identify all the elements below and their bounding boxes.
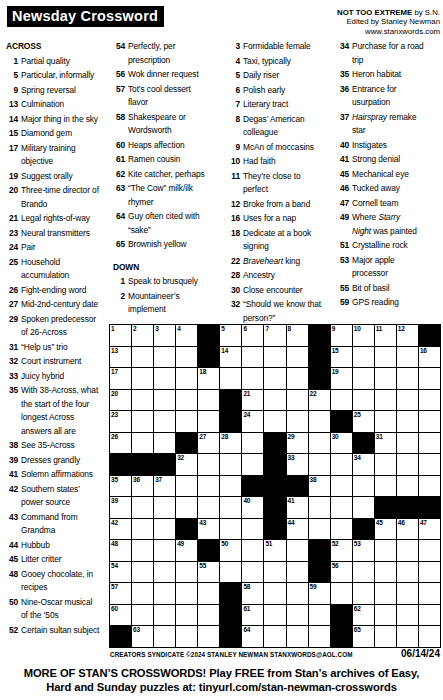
clue-across-9: 9Spring reversal bbox=[6, 84, 110, 98]
grid-cell-r6c7[interactable] bbox=[242, 433, 263, 454]
clue-number: 37 bbox=[337, 111, 352, 138]
grid-cell-r2c1[interactable]: 13 bbox=[110, 347, 131, 368]
grid-cell-r4c8[interactable] bbox=[264, 390, 285, 411]
clue-across-41: 41Solemn affirmations bbox=[6, 468, 110, 482]
grid-cell-r6c3[interactable] bbox=[154, 433, 175, 454]
grid-cell-r2c12[interactable] bbox=[353, 347, 374, 368]
grid-cell-r5c9[interactable] bbox=[287, 411, 308, 432]
grid-cell-r11c4[interactable]: 49 bbox=[176, 540, 197, 561]
grid-cell-r14c15[interactable] bbox=[419, 605, 440, 626]
grid-cell-r12c5[interactable]: 55 bbox=[198, 562, 219, 583]
grid-cell-r6c6[interactable]: 28 bbox=[220, 433, 241, 454]
grid-cell-r1c11[interactable]: 9 bbox=[331, 325, 352, 346]
cell-number: 12 bbox=[398, 325, 405, 333]
clue-across-52: 52Certain sultan subject bbox=[6, 624, 110, 638]
cell-number: 10 bbox=[354, 325, 361, 333]
grid-cell-r3c1[interactable]: 17 bbox=[110, 368, 131, 389]
grid-cell-r15c4[interactable] bbox=[176, 626, 197, 647]
clue-number: 49 bbox=[337, 211, 352, 238]
grid-cell-r7c14[interactable] bbox=[397, 454, 418, 475]
grid-cell-r8c3[interactable]: 37 bbox=[154, 476, 175, 497]
grid-cell-r12c11[interactable]: 56 bbox=[331, 562, 352, 583]
clues-heading-across: ACROSS bbox=[6, 40, 110, 54]
page-title: Newsday Crossword bbox=[7, 6, 164, 27]
grid-cell-r5c1[interactable]: 23 bbox=[110, 411, 131, 432]
clue-number: 9 bbox=[6, 84, 21, 98]
grid-cell-r2c9[interactable] bbox=[287, 347, 308, 368]
black-cell-r1c10 bbox=[309, 325, 330, 346]
clue-text: Culmination bbox=[21, 98, 110, 112]
clue-number: 11 bbox=[228, 170, 243, 197]
grid-cell-r4c9[interactable] bbox=[287, 390, 308, 411]
cell-number: 56 bbox=[332, 562, 339, 570]
grid-cell-r2c3[interactable] bbox=[154, 347, 175, 368]
grid-cell-r7c9[interactable]: 33 bbox=[287, 454, 308, 475]
clue-number: 63 bbox=[113, 182, 128, 209]
clue-number: 29 bbox=[6, 313, 21, 340]
grid-cell-r3c14[interactable] bbox=[397, 368, 418, 389]
grid-cell-r10c1[interactable]: 42 bbox=[110, 519, 131, 540]
clue-down-47: 47Cornell team bbox=[337, 197, 441, 211]
grid-cell-r7c15[interactable] bbox=[419, 454, 440, 475]
clue-text: “Should we know that person?” bbox=[243, 298, 331, 325]
grid-cell-r2c13[interactable] bbox=[375, 347, 396, 368]
grid-cell-r4c1[interactable]: 20 bbox=[110, 390, 131, 411]
grid-cell-r15c7[interactable]: 64 bbox=[242, 626, 263, 647]
grid-cell-r2c15[interactable]: 16 bbox=[419, 347, 440, 368]
grid-cell-r8c1[interactable]: 35 bbox=[110, 476, 131, 497]
grid-cell-r9c12[interactable] bbox=[353, 497, 374, 518]
clue-text: Three-time director of Brando bbox=[21, 184, 110, 211]
clue-down-41: 41Strong denial bbox=[337, 153, 441, 167]
grid-cell-r13c8[interactable] bbox=[264, 583, 285, 604]
black-cell-r12c10 bbox=[309, 562, 330, 583]
grid-cell-r10c2[interactable] bbox=[132, 519, 153, 540]
clue-across-25: 25Household accumulation bbox=[6, 256, 110, 283]
grid-cell-r10c7[interactable] bbox=[242, 519, 263, 540]
cell-number: 21 bbox=[243, 390, 250, 398]
grid-cell-r8c13[interactable] bbox=[375, 476, 396, 497]
grid-cell-r4c7[interactable]: 21 bbox=[242, 390, 263, 411]
clue-number: 17 bbox=[6, 142, 21, 169]
grid-cell-r12c14[interactable] bbox=[397, 562, 418, 583]
grid-cell-r15c3[interactable] bbox=[154, 626, 175, 647]
grid-cell-r11c15[interactable] bbox=[419, 540, 440, 561]
grid-cell-r9c9[interactable]: 41 bbox=[287, 497, 308, 518]
clue-down-28: 28Ancestry bbox=[228, 269, 331, 283]
cell-number: 8 bbox=[288, 325, 291, 333]
grid-cell-r3c15[interactable] bbox=[419, 368, 440, 389]
clue-number: 22 bbox=[228, 255, 243, 269]
grid-cell-r12c1[interactable]: 54 bbox=[110, 562, 131, 583]
grid-cell-r1c14[interactable]: 12 bbox=[397, 325, 418, 346]
grid-cell-r13c5[interactable] bbox=[198, 583, 219, 604]
clue-text: Braveheart king bbox=[243, 255, 331, 269]
cell-number: 2 bbox=[133, 325, 136, 333]
cell-number: 45 bbox=[376, 519, 383, 527]
grid-cell-r7c11[interactable] bbox=[331, 454, 352, 475]
grid-cell-r4c3[interactable] bbox=[154, 390, 175, 411]
grid-cell-r5c10[interactable] bbox=[309, 411, 330, 432]
clue-text: Mechanical eye bbox=[352, 168, 441, 182]
grid-cell-r14c4[interactable] bbox=[176, 605, 197, 626]
grid-cell-r14c13[interactable] bbox=[375, 605, 396, 626]
grid-cell-r11c11[interactable]: 52 bbox=[331, 540, 352, 561]
grid-cell-r11c6[interactable]: 50 bbox=[220, 540, 241, 561]
clue-text: Entrance for usurpation bbox=[352, 83, 441, 110]
grid-cell-r11c8[interactable]: 51 bbox=[264, 540, 285, 561]
grid-cell-r15c9[interactable] bbox=[287, 626, 308, 647]
grid-cell-r1c13[interactable]: 11 bbox=[375, 325, 396, 346]
grid-cell-r4c12[interactable] bbox=[353, 390, 374, 411]
grid-cell-r3c12[interactable] bbox=[353, 368, 374, 389]
clue-number: 30 bbox=[228, 284, 243, 298]
grid-cell-r9c3[interactable] bbox=[154, 497, 175, 518]
grid-cell-r6c13[interactable]: 31 bbox=[375, 433, 396, 454]
clue-text: Dresses grandly bbox=[21, 454, 110, 468]
grid-cell-r11c1[interactable]: 48 bbox=[110, 540, 131, 561]
black-cell-r7c1 bbox=[110, 454, 131, 475]
grid-cell-r15c2[interactable]: 63 bbox=[132, 626, 153, 647]
grid-cell-r7c7[interactable] bbox=[242, 454, 263, 475]
clue-number: 53 bbox=[337, 254, 352, 281]
clue-number: 1 bbox=[6, 55, 21, 69]
clue-text: Legal rights-of-way bbox=[21, 212, 110, 226]
grid-cell-r2c6[interactable]: 14 bbox=[220, 347, 241, 368]
clue-down-36: 36Entrance for usurpation bbox=[337, 83, 441, 110]
black-cell-r9c14 bbox=[397, 497, 418, 518]
clue-number: 12 bbox=[228, 198, 243, 212]
grid-cell-r1c4[interactable]: 4 bbox=[176, 325, 197, 346]
grid-cell-r4c5[interactable] bbox=[198, 390, 219, 411]
clue-text: Literary tract bbox=[243, 98, 331, 112]
grid-cell-r2c4[interactable] bbox=[176, 347, 197, 368]
grid-cell-r9c1[interactable]: 39 bbox=[110, 497, 131, 518]
cell-number: 22 bbox=[310, 390, 317, 398]
grid-cell-r1c3[interactable]: 3 bbox=[154, 325, 175, 346]
grid-cell-r14c5[interactable] bbox=[198, 605, 219, 626]
grid-cell-r12c13[interactable] bbox=[375, 562, 396, 583]
black-cell-r14c6 bbox=[220, 605, 241, 626]
clue-text: Heaps affection bbox=[128, 139, 218, 153]
grid-cell-r11c2[interactable] bbox=[132, 540, 153, 561]
grid-cell-r2c8[interactable] bbox=[264, 347, 285, 368]
grid-cell-r10c10[interactable] bbox=[309, 519, 330, 540]
grid-cell-r12c8[interactable] bbox=[264, 562, 285, 583]
clue-column-2: 54Perfectly, per prescription56Wok dinne… bbox=[113, 40, 218, 318]
grid-cell-r8c6[interactable] bbox=[220, 476, 241, 497]
clue-column-3: 3Formidable female4Taxi, typically5Daily… bbox=[228, 40, 331, 326]
cell-number: 28 bbox=[221, 433, 228, 441]
grid-cell-r7c12[interactable]: 34 bbox=[353, 454, 374, 475]
grid-cell-r14c9[interactable] bbox=[287, 605, 308, 626]
grid-cell-r11c7[interactable] bbox=[242, 540, 263, 561]
grid-cell-r10c11[interactable] bbox=[331, 519, 352, 540]
grid-cell-r5c2[interactable] bbox=[132, 411, 153, 432]
grid-cell-r14c12[interactable]: 62 bbox=[353, 605, 374, 626]
grid-cell-r8c15[interactable] bbox=[419, 476, 440, 497]
clue-text: Household accumulation bbox=[21, 256, 110, 283]
clue-text: Certain sultan subject bbox=[21, 624, 110, 638]
cell-number: 27 bbox=[199, 433, 206, 441]
black-cell-r15c1 bbox=[110, 626, 131, 647]
grid-cell-r1c8[interactable]: 7 bbox=[264, 325, 285, 346]
clue-text: Juicy hybrid bbox=[21, 370, 110, 384]
grid-cell-r4c10[interactable]: 22 bbox=[309, 390, 330, 411]
grid-cell-r6c10[interactable] bbox=[309, 433, 330, 454]
clue-down-11: 11They’re close to perfect bbox=[228, 170, 331, 197]
grid-cell-r3c3[interactable] bbox=[154, 368, 175, 389]
grid-cell-r9c11[interactable] bbox=[331, 497, 352, 518]
grid-cell-r14c8[interactable] bbox=[264, 605, 285, 626]
black-cell-r2c5 bbox=[198, 347, 219, 368]
grid-cell-r3c8[interactable] bbox=[264, 368, 285, 389]
grid-cell-r4c2[interactable] bbox=[132, 390, 153, 411]
grid-cell-r6c9[interactable]: 29 bbox=[287, 433, 308, 454]
clue-number: 16 bbox=[228, 212, 243, 226]
clue-down-35: 35Heron habitat bbox=[337, 68, 441, 82]
grid-cell-r15c15[interactable] bbox=[419, 626, 440, 647]
clue-down-22: 22Braveheart king bbox=[228, 255, 331, 269]
grid-cell-r13c3[interactable] bbox=[154, 583, 175, 604]
grid-cell-r12c4[interactable] bbox=[176, 562, 197, 583]
grid-cell-r9c10[interactable] bbox=[309, 497, 330, 518]
grid-cell-r9c7[interactable]: 40 bbox=[242, 497, 263, 518]
grid-cell-r13c9[interactable] bbox=[287, 583, 308, 604]
grid-cell-r10c14[interactable]: 46 bbox=[397, 519, 418, 540]
clue-text: Hairspray remake star bbox=[352, 111, 441, 138]
clue-text: Mid-2nd-century date bbox=[21, 298, 110, 312]
grid-cell-r10c6[interactable] bbox=[220, 519, 241, 540]
grid-cell-r2c11[interactable]: 15 bbox=[331, 347, 352, 368]
clue-across-21: 21Legal rights-of-way bbox=[6, 212, 110, 226]
grid-cell-r11c9[interactable] bbox=[287, 540, 308, 561]
grid-cell-r4c13[interactable] bbox=[375, 390, 396, 411]
grid-cell-r11c3[interactable] bbox=[154, 540, 175, 561]
grid-cell-r15c10[interactable] bbox=[309, 626, 330, 647]
grid-cell-r2c14[interactable] bbox=[397, 347, 418, 368]
grid-cell-r1c9[interactable]: 8 bbox=[287, 325, 308, 346]
clue-text: Partial quality bbox=[21, 55, 110, 69]
clue-text: Dedicate at a book signing bbox=[243, 227, 331, 254]
grid-cell-r12c6[interactable] bbox=[220, 562, 241, 583]
cell-number: 52 bbox=[332, 540, 339, 548]
clue-text: Spring reversal bbox=[21, 84, 110, 98]
grid-cell-r15c12[interactable]: 65 bbox=[353, 626, 374, 647]
cell-number: 62 bbox=[354, 605, 361, 613]
grid-cell-r13c15[interactable] bbox=[419, 583, 440, 604]
clue-text: McAn of moccasins bbox=[243, 141, 331, 155]
grid-cell-r7c13[interactable] bbox=[375, 454, 396, 475]
grid-cell-r12c9[interactable] bbox=[287, 562, 308, 583]
clue-text: Heron habitat bbox=[352, 68, 441, 82]
grid-cell-r9c4[interactable] bbox=[176, 497, 197, 518]
clue-number: 7 bbox=[228, 98, 243, 112]
cell-number: 41 bbox=[288, 497, 295, 505]
grid-cell-r9c5[interactable] bbox=[198, 497, 219, 518]
grid-cell-r11c12[interactable]: 53 bbox=[353, 540, 374, 561]
clue-across-57: 57Tot’s cool dessert flavor bbox=[113, 83, 218, 110]
grid-cell-r15c8[interactable] bbox=[264, 626, 285, 647]
grid-cell-r3c6[interactable] bbox=[220, 368, 241, 389]
grid-cell-r5c4[interactable] bbox=[176, 411, 197, 432]
grid-cell-r14c2[interactable] bbox=[132, 605, 153, 626]
grid-cell-r1c12[interactable]: 10 bbox=[353, 325, 374, 346]
clue-text: Formidable female bbox=[243, 40, 331, 54]
clue-down-12: 12Broke from a band bbox=[228, 198, 331, 212]
black-cell-r1c5 bbox=[198, 325, 219, 346]
grid-cell-r6c11[interactable]: 30 bbox=[331, 433, 352, 454]
grid-cell-r10c3[interactable] bbox=[154, 519, 175, 540]
grid-cell-r10c5[interactable]: 43 bbox=[198, 519, 219, 540]
grid-cell-r5c13[interactable] bbox=[375, 411, 396, 432]
grid-cell-r2c7[interactable] bbox=[242, 347, 263, 368]
grid-cell-r1c6[interactable]: 5 bbox=[220, 325, 241, 346]
grid-cell-r9c6[interactable] bbox=[220, 497, 241, 518]
grid-cell-r13c7[interactable]: 58 bbox=[242, 583, 263, 604]
grid-cell-r4c11[interactable] bbox=[331, 390, 352, 411]
cell-number: 64 bbox=[243, 626, 250, 634]
grid-cell-r6c2[interactable] bbox=[132, 433, 153, 454]
grid-cell-r8c12[interactable] bbox=[353, 476, 374, 497]
grid-cell-r8c4[interactable] bbox=[176, 476, 197, 497]
clue-text: “The Cow” milk/ilk rhymer bbox=[128, 182, 218, 209]
grid-cell-r1c2[interactable]: 2 bbox=[132, 325, 153, 346]
grid-cell-r11c14[interactable] bbox=[397, 540, 418, 561]
grid-cell-r15c5[interactable] bbox=[198, 626, 219, 647]
grid-cell-r13c14[interactable] bbox=[397, 583, 418, 604]
clue-down-5: 5Daily riser bbox=[228, 69, 331, 83]
footer-promo-line1: MORE OF STAN’S CROSSWORDS! Play FREE fro… bbox=[0, 667, 443, 681]
grid-cell-r7c10[interactable] bbox=[309, 454, 330, 475]
cell-number: 57 bbox=[111, 583, 118, 591]
clue-number: 40 bbox=[337, 139, 352, 153]
clue-text: Instigates bbox=[352, 139, 441, 153]
clue-across-32: 32Court instrument bbox=[6, 355, 110, 369]
grid-cell-r3c9[interactable] bbox=[287, 368, 308, 389]
grid-cell-r13c2[interactable] bbox=[132, 583, 153, 604]
footer-promo: MORE OF STAN’S CROSSWORDS! Play FREE fro… bbox=[0, 667, 443, 695]
grid-cell-r14c10[interactable] bbox=[309, 605, 330, 626]
grid-cell-r13c4[interactable] bbox=[176, 583, 197, 604]
grid-cell-r10c13[interactable]: 45 bbox=[375, 519, 396, 540]
grid-cell-r8c14[interactable] bbox=[397, 476, 418, 497]
grid-cell-r3c13[interactable] bbox=[375, 368, 396, 389]
cell-number: 43 bbox=[199, 519, 206, 527]
grid-cell-r12c7[interactable] bbox=[242, 562, 263, 583]
grid-cell-r8c10[interactable]: 38 bbox=[309, 476, 330, 497]
grid-cell-r3c5[interactable]: 18 bbox=[198, 368, 219, 389]
grid-cell-r11c13[interactable] bbox=[375, 540, 396, 561]
cell-number: 17 bbox=[111, 368, 118, 376]
grid-cell-r5c15[interactable] bbox=[419, 411, 440, 432]
grid-cell-r12c15[interactable] bbox=[419, 562, 440, 583]
grid-cell-r8c5[interactable] bbox=[198, 476, 219, 497]
grid-cell-r5c14[interactable] bbox=[397, 411, 418, 432]
cell-number: 24 bbox=[243, 411, 250, 419]
grid-cell-r1c1[interactable]: 1 bbox=[110, 325, 131, 346]
grid-cell-r4c15[interactable] bbox=[419, 390, 440, 411]
grid-cell-r7c4[interactable]: 32 bbox=[176, 454, 197, 475]
grid-cell-r9c2[interactable] bbox=[132, 497, 153, 518]
clue-number: 2 bbox=[113, 290, 128, 317]
grid-cell-r4c4[interactable] bbox=[176, 390, 197, 411]
clue-text: “Help us” trio bbox=[21, 341, 110, 355]
clue-number: 21 bbox=[6, 212, 21, 226]
grid-cell-r8c11[interactable] bbox=[331, 476, 352, 497]
grid-cell-r14c14[interactable] bbox=[397, 605, 418, 626]
grid-cell-r13c13[interactable] bbox=[375, 583, 396, 604]
clue-number: 56 bbox=[113, 68, 128, 82]
grid-cell-r8c2[interactable]: 36 bbox=[132, 476, 153, 497]
grid-cell-r5c3[interactable] bbox=[154, 411, 175, 432]
grid-cell-r15c13[interactable] bbox=[375, 626, 396, 647]
grid-cell-r3c11[interactable]: 19 bbox=[331, 368, 352, 389]
grid-cell-r6c1[interactable]: 26 bbox=[110, 433, 131, 454]
cell-number: 60 bbox=[111, 605, 118, 613]
clue-down-1: 1Speak to brusquely bbox=[113, 275, 218, 289]
grid-cell-r14c7[interactable]: 61 bbox=[242, 605, 263, 626]
grid-cell-r13c11[interactable] bbox=[331, 583, 352, 604]
grid-cell-r13c1[interactable]: 57 bbox=[110, 583, 131, 604]
grid-cell-r5c7[interactable]: 24 bbox=[242, 411, 263, 432]
grid-cell-r6c15[interactable] bbox=[419, 433, 440, 454]
clue-across-29: 29Spoken predecessor of 26-Across bbox=[6, 313, 110, 340]
grid-cell-r3c7[interactable] bbox=[242, 368, 263, 389]
grid-cell-r3c4[interactable] bbox=[176, 368, 197, 389]
grid-cell-r3c2[interactable] bbox=[132, 368, 153, 389]
grid-cell-r4c14[interactable] bbox=[397, 390, 418, 411]
grid-cell-r15c14[interactable] bbox=[397, 626, 418, 647]
grid-cell-r5c12[interactable]: 25 bbox=[353, 411, 374, 432]
clue-across-35: 35With 38-Across, what the start of the … bbox=[6, 384, 110, 438]
clue-number: 33 bbox=[6, 370, 21, 384]
clue-number: 43 bbox=[6, 511, 21, 538]
grid-cell-r7c6[interactable] bbox=[220, 454, 241, 475]
clue-number: 5 bbox=[6, 69, 21, 83]
grid-cell-r6c14[interactable] bbox=[397, 433, 418, 454]
grid-cell-r13c12[interactable] bbox=[353, 583, 374, 604]
grid-cell-r12c3[interactable] bbox=[154, 562, 175, 583]
grid-cell-r1c7[interactable]: 6 bbox=[242, 325, 263, 346]
grid-cell-r7c5[interactable] bbox=[198, 454, 219, 475]
grid-cell-r14c3[interactable] bbox=[154, 605, 175, 626]
clue-text: Major thing in the sky bbox=[21, 113, 110, 127]
grid-cell-r5c8[interactable] bbox=[264, 411, 285, 432]
grid-cell-r6c5[interactable]: 27 bbox=[198, 433, 219, 454]
clue-text: Command from Grandma bbox=[21, 511, 110, 538]
clue-number: 60 bbox=[113, 139, 128, 153]
clue-down-2: 2Mountaineer’s implement bbox=[113, 290, 218, 317]
grid-cell-r5c5[interactable] bbox=[198, 411, 219, 432]
cell-number: 40 bbox=[243, 497, 250, 505]
cell-number: 38 bbox=[310, 476, 317, 484]
clue-number: 14 bbox=[6, 113, 21, 127]
black-cell-r6c12 bbox=[353, 433, 374, 454]
grid-cell-r13c10[interactable]: 59 bbox=[309, 583, 330, 604]
clue-number: 6 bbox=[228, 84, 243, 98]
grid-cell-r14c1[interactable]: 60 bbox=[110, 605, 131, 626]
clue-across-24: 24Pair bbox=[6, 241, 110, 255]
grid-cell-r12c2[interactable] bbox=[132, 562, 153, 583]
clue-number: 34 bbox=[337, 40, 352, 67]
grid-cell-r12c12[interactable] bbox=[353, 562, 374, 583]
clue-text: Broke from a band bbox=[243, 198, 331, 212]
grid-cell-r10c15[interactable]: 47 bbox=[419, 519, 440, 540]
grid-cell-r2c2[interactable] bbox=[132, 347, 153, 368]
grid-cell-r10c9[interactable]: 44 bbox=[287, 519, 308, 540]
clue-number: 65 bbox=[113, 238, 128, 252]
